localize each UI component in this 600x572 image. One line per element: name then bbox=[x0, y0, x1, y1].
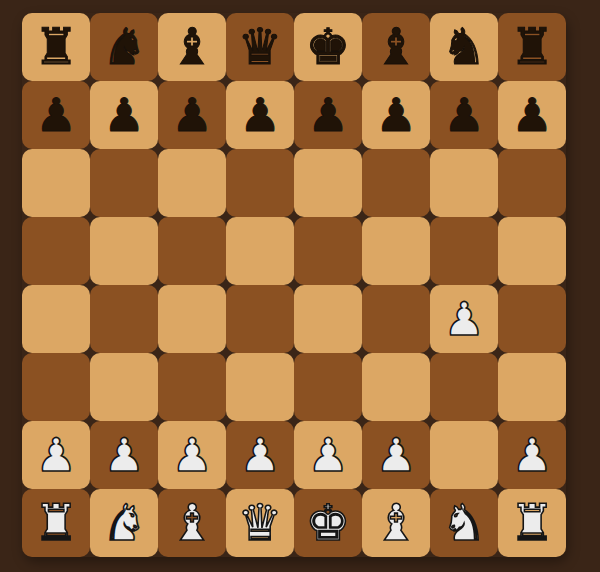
square-e3[interactable] bbox=[294, 353, 362, 421]
square-d1[interactable]: ♛ bbox=[226, 489, 294, 557]
square-c8[interactable]: ♝ bbox=[158, 13, 226, 81]
piece-black-king[interactable]: ♚ bbox=[306, 22, 351, 72]
square-e5[interactable] bbox=[294, 217, 362, 285]
square-a1[interactable]: ♜ bbox=[22, 489, 90, 557]
square-h8[interactable]: ♜ bbox=[498, 13, 566, 81]
square-e8[interactable]: ♚ bbox=[294, 13, 362, 81]
square-g3[interactable] bbox=[430, 353, 498, 421]
square-d8[interactable]: ♛ bbox=[226, 13, 294, 81]
piece-white-bishop[interactable]: ♝ bbox=[374, 498, 419, 548]
piece-white-pawn[interactable]: ♟ bbox=[443, 296, 484, 342]
piece-black-pawn[interactable]: ♟ bbox=[35, 92, 76, 138]
piece-black-pawn[interactable]: ♟ bbox=[307, 92, 348, 138]
square-c7[interactable]: ♟ bbox=[158, 81, 226, 149]
square-b8[interactable]: ♞ bbox=[90, 13, 158, 81]
square-e1[interactable]: ♚ bbox=[294, 489, 362, 557]
piece-white-pawn[interactable]: ♟ bbox=[239, 432, 280, 478]
square-b4[interactable] bbox=[90, 285, 158, 353]
piece-white-knight[interactable]: ♞ bbox=[442, 498, 487, 548]
square-g5[interactable] bbox=[430, 217, 498, 285]
piece-white-pawn[interactable]: ♟ bbox=[307, 432, 348, 478]
piece-black-bishop[interactable]: ♝ bbox=[374, 22, 419, 72]
piece-white-rook[interactable]: ♜ bbox=[510, 498, 555, 548]
piece-black-pawn[interactable]: ♟ bbox=[443, 92, 484, 138]
square-b5[interactable] bbox=[90, 217, 158, 285]
square-a5[interactable] bbox=[22, 217, 90, 285]
square-f8[interactable]: ♝ bbox=[362, 13, 430, 81]
square-h7[interactable]: ♟ bbox=[498, 81, 566, 149]
piece-white-pawn[interactable]: ♟ bbox=[103, 432, 144, 478]
square-f1[interactable]: ♝ bbox=[362, 489, 430, 557]
square-b6[interactable] bbox=[90, 149, 158, 217]
square-h5[interactable] bbox=[498, 217, 566, 285]
square-g8[interactable]: ♞ bbox=[430, 13, 498, 81]
square-h6[interactable] bbox=[498, 149, 566, 217]
square-e4[interactable] bbox=[294, 285, 362, 353]
square-g4[interactable]: ♟ bbox=[430, 285, 498, 353]
piece-black-knight[interactable]: ♞ bbox=[102, 22, 147, 72]
square-b3[interactable] bbox=[90, 353, 158, 421]
square-g1[interactable]: ♞ bbox=[430, 489, 498, 557]
square-h2[interactable]: ♟ bbox=[498, 421, 566, 489]
square-a2[interactable]: ♟ bbox=[22, 421, 90, 489]
square-c5[interactable] bbox=[158, 217, 226, 285]
square-b7[interactable]: ♟ bbox=[90, 81, 158, 149]
chess-board: ♜♞♝♛♚♝♞♜♟♟♟♟♟♟♟♟♟♟♟♟♟♟♟♟♜♞♝♛♚♝♞♜ bbox=[22, 13, 566, 557]
square-f3[interactable] bbox=[362, 353, 430, 421]
square-c1[interactable]: ♝ bbox=[158, 489, 226, 557]
square-h4[interactable] bbox=[498, 285, 566, 353]
square-d6[interactable] bbox=[226, 149, 294, 217]
piece-white-pawn[interactable]: ♟ bbox=[511, 432, 552, 478]
piece-black-rook[interactable]: ♜ bbox=[34, 22, 79, 72]
square-d4[interactable] bbox=[226, 285, 294, 353]
square-c4[interactable] bbox=[158, 285, 226, 353]
piece-black-pawn[interactable]: ♟ bbox=[511, 92, 552, 138]
square-d7[interactable]: ♟ bbox=[226, 81, 294, 149]
square-a3[interactable] bbox=[22, 353, 90, 421]
square-d3[interactable] bbox=[226, 353, 294, 421]
square-b1[interactable]: ♞ bbox=[90, 489, 158, 557]
piece-black-queen[interactable]: ♛ bbox=[238, 22, 283, 72]
piece-white-bishop[interactable]: ♝ bbox=[170, 498, 215, 548]
piece-white-pawn[interactable]: ♟ bbox=[171, 432, 212, 478]
square-a6[interactable] bbox=[22, 149, 90, 217]
square-h1[interactable]: ♜ bbox=[498, 489, 566, 557]
square-c2[interactable]: ♟ bbox=[158, 421, 226, 489]
piece-white-rook[interactable]: ♜ bbox=[34, 498, 79, 548]
square-f4[interactable] bbox=[362, 285, 430, 353]
square-c3[interactable] bbox=[158, 353, 226, 421]
piece-white-king[interactable]: ♚ bbox=[306, 498, 351, 548]
piece-white-pawn[interactable]: ♟ bbox=[375, 432, 416, 478]
square-e6[interactable] bbox=[294, 149, 362, 217]
square-a8[interactable]: ♜ bbox=[22, 13, 90, 81]
square-g7[interactable]: ♟ bbox=[430, 81, 498, 149]
square-f6[interactable] bbox=[362, 149, 430, 217]
piece-black-pawn[interactable]: ♟ bbox=[239, 92, 280, 138]
square-e2[interactable]: ♟ bbox=[294, 421, 362, 489]
square-h3[interactable] bbox=[498, 353, 566, 421]
square-b2[interactable]: ♟ bbox=[90, 421, 158, 489]
piece-black-pawn[interactable]: ♟ bbox=[171, 92, 212, 138]
square-f2[interactable]: ♟ bbox=[362, 421, 430, 489]
piece-black-pawn[interactable]: ♟ bbox=[375, 92, 416, 138]
square-a4[interactable] bbox=[22, 285, 90, 353]
square-d2[interactable]: ♟ bbox=[226, 421, 294, 489]
square-a7[interactable]: ♟ bbox=[22, 81, 90, 149]
square-d5[interactable] bbox=[226, 217, 294, 285]
square-e7[interactable]: ♟ bbox=[294, 81, 362, 149]
square-f7[interactable]: ♟ bbox=[362, 81, 430, 149]
square-c6[interactable] bbox=[158, 149, 226, 217]
square-g2[interactable] bbox=[430, 421, 498, 489]
piece-black-knight[interactable]: ♞ bbox=[442, 22, 487, 72]
piece-black-rook[interactable]: ♜ bbox=[510, 22, 555, 72]
square-f5[interactable] bbox=[362, 217, 430, 285]
piece-black-pawn[interactable]: ♟ bbox=[103, 92, 144, 138]
piece-black-bishop[interactable]: ♝ bbox=[170, 22, 215, 72]
square-g6[interactable] bbox=[430, 149, 498, 217]
piece-white-queen[interactable]: ♛ bbox=[238, 498, 283, 548]
piece-white-pawn[interactable]: ♟ bbox=[35, 432, 76, 478]
piece-white-knight[interactable]: ♞ bbox=[102, 498, 147, 548]
